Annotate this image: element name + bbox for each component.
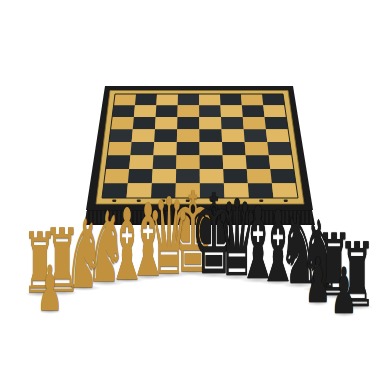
dark-square — [151, 183, 176, 198]
light-square — [222, 129, 245, 142]
light-square — [247, 169, 272, 183]
dark-square — [154, 129, 177, 142]
dark-square — [267, 142, 292, 155]
light-square — [266, 129, 290, 142]
light-square — [176, 155, 200, 169]
dark-square — [102, 183, 128, 198]
light-square — [241, 94, 263, 105]
light-square — [269, 155, 294, 169]
dark-square — [199, 105, 221, 117]
border-coordinate-tick — [137, 200, 141, 202]
light-square — [155, 117, 177, 129]
light-square — [132, 129, 155, 142]
border-coordinate-tick — [210, 200, 214, 202]
light-square — [156, 94, 178, 105]
light-square — [199, 142, 222, 155]
dark-square — [112, 105, 135, 117]
light-square — [200, 169, 224, 183]
border-coordinate-tick — [259, 200, 263, 202]
dark-square — [200, 183, 225, 198]
light-square — [114, 94, 136, 105]
light-square — [177, 105, 199, 117]
light-square — [223, 155, 247, 169]
dark-square — [133, 117, 156, 129]
light-square — [177, 129, 200, 142]
dark-square — [156, 105, 178, 117]
dark-square — [265, 117, 289, 129]
dark-square — [178, 94, 199, 105]
light-square — [127, 183, 152, 198]
dark-square — [223, 169, 248, 183]
dark-square — [244, 129, 268, 142]
dark-square — [270, 169, 296, 183]
light-square — [176, 183, 201, 198]
border-coordinate-tick — [235, 200, 239, 202]
light-square — [153, 142, 176, 155]
chess-set-product-photo: ♚♛♚♝♛♝♝♝♞♞♞♞♜♜♜♟♜♟♟ — [0, 0, 390, 390]
dark-square — [106, 155, 131, 169]
light-square — [220, 105, 242, 117]
dark-square — [109, 129, 133, 142]
light-square — [129, 155, 153, 169]
dark-square — [262, 94, 285, 105]
dark-square — [177, 142, 200, 155]
dark-square — [135, 94, 157, 105]
light-square — [134, 105, 156, 117]
border-coordinate-tick — [161, 200, 165, 202]
light-square — [111, 117, 134, 129]
dark-square — [220, 94, 242, 105]
dark-square — [246, 155, 271, 169]
dark-square — [199, 129, 222, 142]
light-square — [224, 183, 249, 198]
dark-square — [176, 169, 200, 183]
dark-square — [177, 117, 199, 129]
dark-square — [130, 142, 154, 155]
dark-square — [221, 117, 244, 129]
light-square — [199, 117, 221, 129]
light-square — [243, 117, 266, 129]
light-square — [199, 94, 220, 105]
light-square — [107, 142, 131, 155]
dark-square — [248, 183, 274, 198]
light-square — [245, 142, 269, 155]
dark-square — [153, 155, 177, 169]
dark-square — [222, 142, 246, 155]
border-coordinate-tick — [112, 200, 116, 202]
light-square — [272, 183, 298, 198]
border-coordinate-tick — [186, 200, 190, 202]
chess-board — [0, 0, 390, 390]
dark-square — [128, 169, 153, 183]
dark-square — [200, 155, 224, 169]
dark-square — [242, 105, 265, 117]
light-square — [152, 169, 176, 183]
border-coordinate-tick — [284, 200, 288, 202]
light-square — [263, 105, 286, 117]
light-square — [104, 169, 129, 183]
